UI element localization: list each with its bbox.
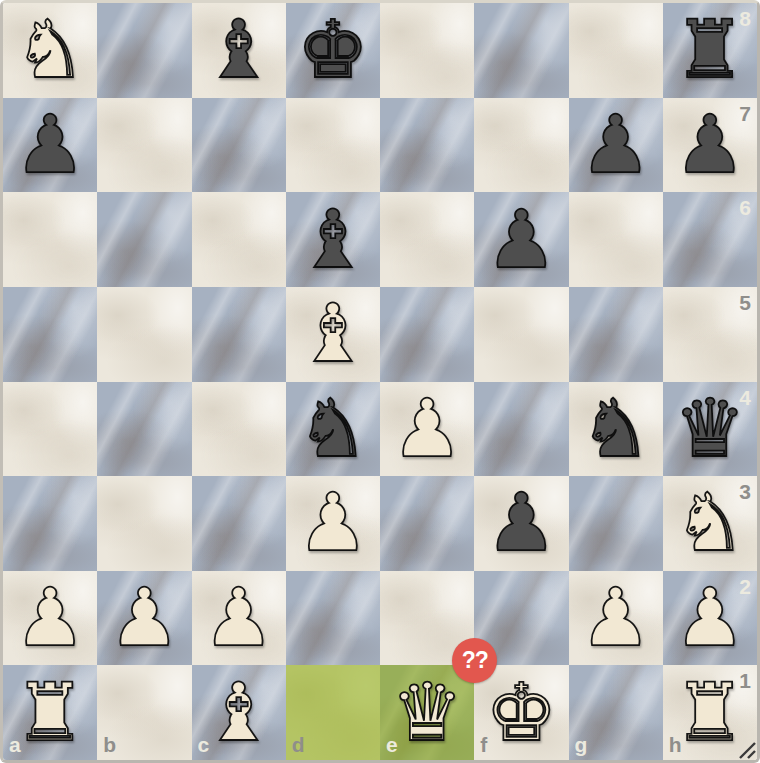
square-b5[interactable] [97, 287, 191, 382]
chess-board: ♞♝♚8♜♟♟7♟♝♟6♝5♞♟♞4♛♟♟3♞♟♟♟♟2♟a♜bc♝de♛??f… [3, 3, 757, 760]
square-c1[interactable]: c♝ [192, 665, 286, 760]
square-d4[interactable]: ♞ [286, 382, 380, 477]
black-pawn-h7[interactable]: ♟ [663, 98, 757, 193]
square-h3[interactable]: 3♞ [663, 476, 757, 571]
white-king-f1[interactable]: ♚ [474, 665, 568, 760]
square-c4[interactable] [192, 382, 286, 477]
white-knight-h3[interactable]: ♞ [663, 476, 757, 571]
resize-handle-icon[interactable] [734, 737, 756, 759]
square-b6[interactable] [97, 192, 191, 287]
square-c7[interactable] [192, 98, 286, 193]
square-c6[interactable] [192, 192, 286, 287]
square-g3[interactable] [569, 476, 663, 571]
square-h6[interactable]: 6 [663, 192, 757, 287]
square-e1[interactable]: e♛?? [380, 665, 474, 760]
square-g6[interactable] [569, 192, 663, 287]
chess-board-frame: ♞♝♚8♜♟♟7♟♝♟6♝5♞♟♞4♛♟♟3♞♟♟♟♟2♟a♜bc♝de♛??f… [0, 0, 760, 763]
square-f3[interactable]: ♟ [474, 476, 568, 571]
square-a2[interactable]: ♟ [3, 571, 97, 666]
square-a7[interactable]: ♟ [3, 98, 97, 193]
square-b1[interactable]: b [97, 665, 191, 760]
square-e7[interactable] [380, 98, 474, 193]
file-label-g: g [575, 733, 588, 757]
white-pawn-g2[interactable]: ♟ [569, 571, 663, 666]
square-h5[interactable]: 5 [663, 287, 757, 382]
square-a1[interactable]: a♜ [3, 665, 97, 760]
square-f7[interactable] [474, 98, 568, 193]
file-label-d: d [292, 733, 305, 757]
black-rook-h8[interactable]: ♜ [663, 3, 757, 98]
square-f8[interactable] [474, 3, 568, 98]
white-knight-a8[interactable]: ♞ [3, 3, 97, 98]
square-f4[interactable] [474, 382, 568, 477]
square-d3[interactable]: ♟ [286, 476, 380, 571]
square-g2[interactable]: ♟ [569, 571, 663, 666]
square-a6[interactable] [3, 192, 97, 287]
black-bishop-d6[interactable]: ♝ [286, 192, 380, 287]
black-queen-h4[interactable]: ♛ [663, 382, 757, 477]
square-h7[interactable]: 7♟ [663, 98, 757, 193]
white-pawn-a2[interactable]: ♟ [3, 571, 97, 666]
white-rook-a1[interactable]: ♜ [3, 665, 97, 760]
square-e5[interactable] [380, 287, 474, 382]
square-h8[interactable]: 8♜ [663, 3, 757, 98]
square-b8[interactable] [97, 3, 191, 98]
square-d5[interactable]: ♝ [286, 287, 380, 382]
rank-label-5: 5 [739, 291, 751, 315]
square-b4[interactable] [97, 382, 191, 477]
square-g7[interactable]: ♟ [569, 98, 663, 193]
black-king-d8[interactable]: ♚ [286, 3, 380, 98]
white-pawn-b2[interactable]: ♟ [97, 571, 191, 666]
square-f6[interactable]: ♟ [474, 192, 568, 287]
black-knight-g4[interactable]: ♞ [569, 382, 663, 477]
square-h2[interactable]: 2♟ [663, 571, 757, 666]
square-d7[interactable] [286, 98, 380, 193]
square-b3[interactable] [97, 476, 191, 571]
white-bishop-c1[interactable]: ♝ [192, 665, 286, 760]
square-a8[interactable]: ♞ [3, 3, 97, 98]
square-g1[interactable]: g [569, 665, 663, 760]
white-pawn-e4[interactable]: ♟ [380, 382, 474, 477]
black-bishop-c8[interactable]: ♝ [192, 3, 286, 98]
square-d6[interactable]: ♝ [286, 192, 380, 287]
white-queen-e1[interactable]: ♛ [380, 665, 474, 760]
black-pawn-f3[interactable]: ♟ [474, 476, 568, 571]
white-pawn-h2[interactable]: ♟ [663, 571, 757, 666]
square-d1[interactable]: d [286, 665, 380, 760]
square-g8[interactable] [569, 3, 663, 98]
square-c5[interactable] [192, 287, 286, 382]
square-b7[interactable] [97, 98, 191, 193]
square-c2[interactable]: ♟ [192, 571, 286, 666]
square-f1[interactable]: f♚ [474, 665, 568, 760]
black-pawn-f6[interactable]: ♟ [474, 192, 568, 287]
square-d8[interactable]: ♚ [286, 3, 380, 98]
square-e4[interactable]: ♟ [380, 382, 474, 477]
square-h4[interactable]: 4♛ [663, 382, 757, 477]
white-bishop-d5[interactable]: ♝ [286, 287, 380, 382]
square-b2[interactable]: ♟ [97, 571, 191, 666]
square-a5[interactable] [3, 287, 97, 382]
square-e3[interactable] [380, 476, 474, 571]
black-pawn-a7[interactable]: ♟ [3, 98, 97, 193]
square-g4[interactable]: ♞ [569, 382, 663, 477]
square-e6[interactable] [380, 192, 474, 287]
square-f5[interactable] [474, 287, 568, 382]
file-label-b: b [103, 733, 116, 757]
square-a3[interactable] [3, 476, 97, 571]
white-pawn-d3[interactable]: ♟ [286, 476, 380, 571]
rank-label-6: 6 [739, 196, 751, 220]
square-d2[interactable] [286, 571, 380, 666]
square-c3[interactable] [192, 476, 286, 571]
black-pawn-g7[interactable]: ♟ [569, 98, 663, 193]
square-a4[interactable] [3, 382, 97, 477]
square-g5[interactable] [569, 287, 663, 382]
square-c8[interactable]: ♝ [192, 3, 286, 98]
square-e8[interactable] [380, 3, 474, 98]
white-pawn-c2[interactable]: ♟ [192, 571, 286, 666]
black-knight-d4[interactable]: ♞ [286, 382, 380, 477]
